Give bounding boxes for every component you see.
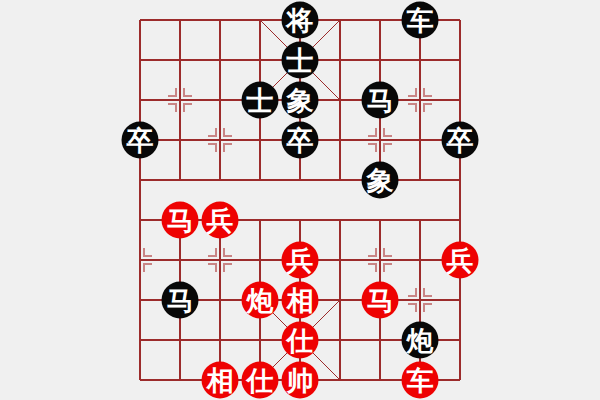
point-1-7[interactable]: 马: [160, 280, 200, 320]
point-2-1[interactable]: [200, 40, 240, 80]
point-8-1[interactable]: [440, 40, 480, 80]
piece-black-cannon[interactable]: 炮: [402, 322, 439, 359]
point-8-9[interactable]: [440, 360, 480, 400]
point-1-1[interactable]: [160, 40, 200, 80]
point-8-4[interactable]: [440, 160, 480, 200]
point-0-3[interactable]: 卒: [120, 120, 160, 160]
point-3-3[interactable]: [240, 120, 280, 160]
point-4-7[interactable]: 相: [280, 280, 320, 320]
piece-red-elephant[interactable]: 相: [282, 282, 319, 319]
point-0-8[interactable]: [120, 320, 160, 360]
point-1-0[interactable]: [160, 0, 200, 40]
point-3-6[interactable]: [240, 240, 280, 280]
point-8-8[interactable]: [440, 320, 480, 360]
point-7-1[interactable]: [400, 40, 440, 80]
point-8-2[interactable]: [440, 80, 480, 120]
point-7-7[interactable]: [400, 280, 440, 320]
point-6-7[interactable]: 马: [360, 280, 400, 320]
point-5-3[interactable]: [320, 120, 360, 160]
point-8-0[interactable]: [440, 0, 480, 40]
point-8-5[interactable]: [440, 200, 480, 240]
xiangqi-board-stage: 将车士士象马卒卒卒象马兵兵兵马炮相马仕炮相仕帅车: [0, 0, 600, 400]
point-3-0[interactable]: [240, 0, 280, 40]
point-4-4[interactable]: [280, 160, 320, 200]
point-1-3[interactable]: [160, 120, 200, 160]
point-1-8[interactable]: [160, 320, 200, 360]
point-2-5[interactable]: 兵: [200, 200, 240, 240]
point-7-4[interactable]: [400, 160, 440, 200]
piece-black-soldier[interactable]: 卒: [122, 122, 159, 159]
point-6-0[interactable]: [360, 0, 400, 40]
point-0-6[interactable]: [120, 240, 160, 280]
point-3-2[interactable]: 士: [240, 80, 280, 120]
point-6-9[interactable]: [360, 360, 400, 400]
point-2-0[interactable]: [200, 0, 240, 40]
piece-red-soldier[interactable]: 兵: [442, 242, 479, 279]
piece-black-chariot[interactable]: 车: [402, 2, 439, 39]
point-6-3[interactable]: [360, 120, 400, 160]
piece-red-cannon[interactable]: 炮: [242, 282, 279, 319]
point-8-6[interactable]: 兵: [440, 240, 480, 280]
point-2-2[interactable]: [200, 80, 240, 120]
point-1-2[interactable]: [160, 80, 200, 120]
point-5-0[interactable]: [320, 0, 360, 40]
point-5-8[interactable]: [320, 320, 360, 360]
piece-black-soldier[interactable]: 卒: [282, 122, 319, 159]
piece-black-horse[interactable]: 马: [362, 82, 399, 119]
point-2-8[interactable]: [200, 320, 240, 360]
piece-black-advisor[interactable]: 士: [242, 82, 279, 119]
point-4-3[interactable]: 卒: [280, 120, 320, 160]
point-0-9[interactable]: [120, 360, 160, 400]
piece-black-elephant[interactable]: 象: [362, 162, 399, 199]
piece-red-soldier[interactable]: 兵: [202, 202, 239, 239]
point-6-4[interactable]: 象: [360, 160, 400, 200]
point-0-7[interactable]: [120, 280, 160, 320]
point-2-9[interactable]: 相: [200, 360, 240, 400]
point-0-0[interactable]: [120, 0, 160, 40]
point-7-9[interactable]: 车: [400, 360, 440, 400]
point-0-2[interactable]: [120, 80, 160, 120]
point-6-8[interactable]: [360, 320, 400, 360]
point-7-6[interactable]: [400, 240, 440, 280]
piece-black-general[interactable]: 将: [282, 2, 319, 39]
piece-black-horse[interactable]: 马: [162, 282, 199, 319]
point-6-5[interactable]: [360, 200, 400, 240]
piece-red-general[interactable]: 帅: [282, 362, 319, 399]
point-5-2[interactable]: [320, 80, 360, 120]
piece-red-horse[interactable]: 马: [362, 282, 399, 319]
point-5-9[interactable]: [320, 360, 360, 400]
point-5-5[interactable]: [320, 200, 360, 240]
point-7-3[interactable]: [400, 120, 440, 160]
piece-red-horse[interactable]: 马: [162, 202, 199, 239]
piece-black-advisor[interactable]: 士: [282, 42, 319, 79]
point-1-6[interactable]: [160, 240, 200, 280]
point-0-5[interactable]: [120, 200, 160, 240]
point-6-2[interactable]: 马: [360, 80, 400, 120]
point-0-1[interactable]: [120, 40, 160, 80]
xiangqi-board: 将车士士象马卒卒卒象马兵兵兵马炮相马仕炮相仕帅车: [120, 0, 480, 400]
point-4-2[interactable]: 象: [280, 80, 320, 120]
point-3-8[interactable]: [240, 320, 280, 360]
point-5-7[interactable]: [320, 280, 360, 320]
point-3-7[interactable]: 炮: [240, 280, 280, 320]
point-4-6[interactable]: 兵: [280, 240, 320, 280]
point-0-4[interactable]: [120, 160, 160, 200]
point-6-6[interactable]: [360, 240, 400, 280]
point-2-6[interactable]: [200, 240, 240, 280]
point-7-0[interactable]: 车: [400, 0, 440, 40]
point-4-5[interactable]: [280, 200, 320, 240]
point-7-2[interactable]: [400, 80, 440, 120]
point-2-4[interactable]: [200, 160, 240, 200]
point-7-8[interactable]: 炮: [400, 320, 440, 360]
point-8-3[interactable]: 卒: [440, 120, 480, 160]
point-3-1[interactable]: [240, 40, 280, 80]
point-3-5[interactable]: [240, 200, 280, 240]
piece-black-soldier[interactable]: 卒: [442, 122, 479, 159]
point-5-1[interactable]: [320, 40, 360, 80]
point-1-4[interactable]: [160, 160, 200, 200]
point-6-1[interactable]: [360, 40, 400, 80]
point-7-5[interactable]: [400, 200, 440, 240]
piece-red-chariot[interactable]: 车: [402, 362, 439, 399]
piece-red-soldier[interactable]: 兵: [282, 242, 319, 279]
point-3-4[interactable]: [240, 160, 280, 200]
point-5-4[interactable]: [320, 160, 360, 200]
point-2-7[interactable]: [200, 280, 240, 320]
piece-black-elephant[interactable]: 象: [282, 82, 319, 119]
piece-red-elephant[interactable]: 相: [202, 362, 239, 399]
point-4-0[interactable]: 将: [280, 0, 320, 40]
point-4-9[interactable]: 帅: [280, 360, 320, 400]
piece-red-advisor[interactable]: 仕: [242, 362, 279, 399]
point-4-8[interactable]: 仕: [280, 320, 320, 360]
point-1-9[interactable]: [160, 360, 200, 400]
point-1-5[interactable]: 马: [160, 200, 200, 240]
point-5-6[interactable]: [320, 240, 360, 280]
point-3-9[interactable]: 仕: [240, 360, 280, 400]
point-2-3[interactable]: [200, 120, 240, 160]
point-8-7[interactable]: [440, 280, 480, 320]
point-4-1[interactable]: 士: [280, 40, 320, 80]
piece-red-advisor[interactable]: 仕: [282, 322, 319, 359]
